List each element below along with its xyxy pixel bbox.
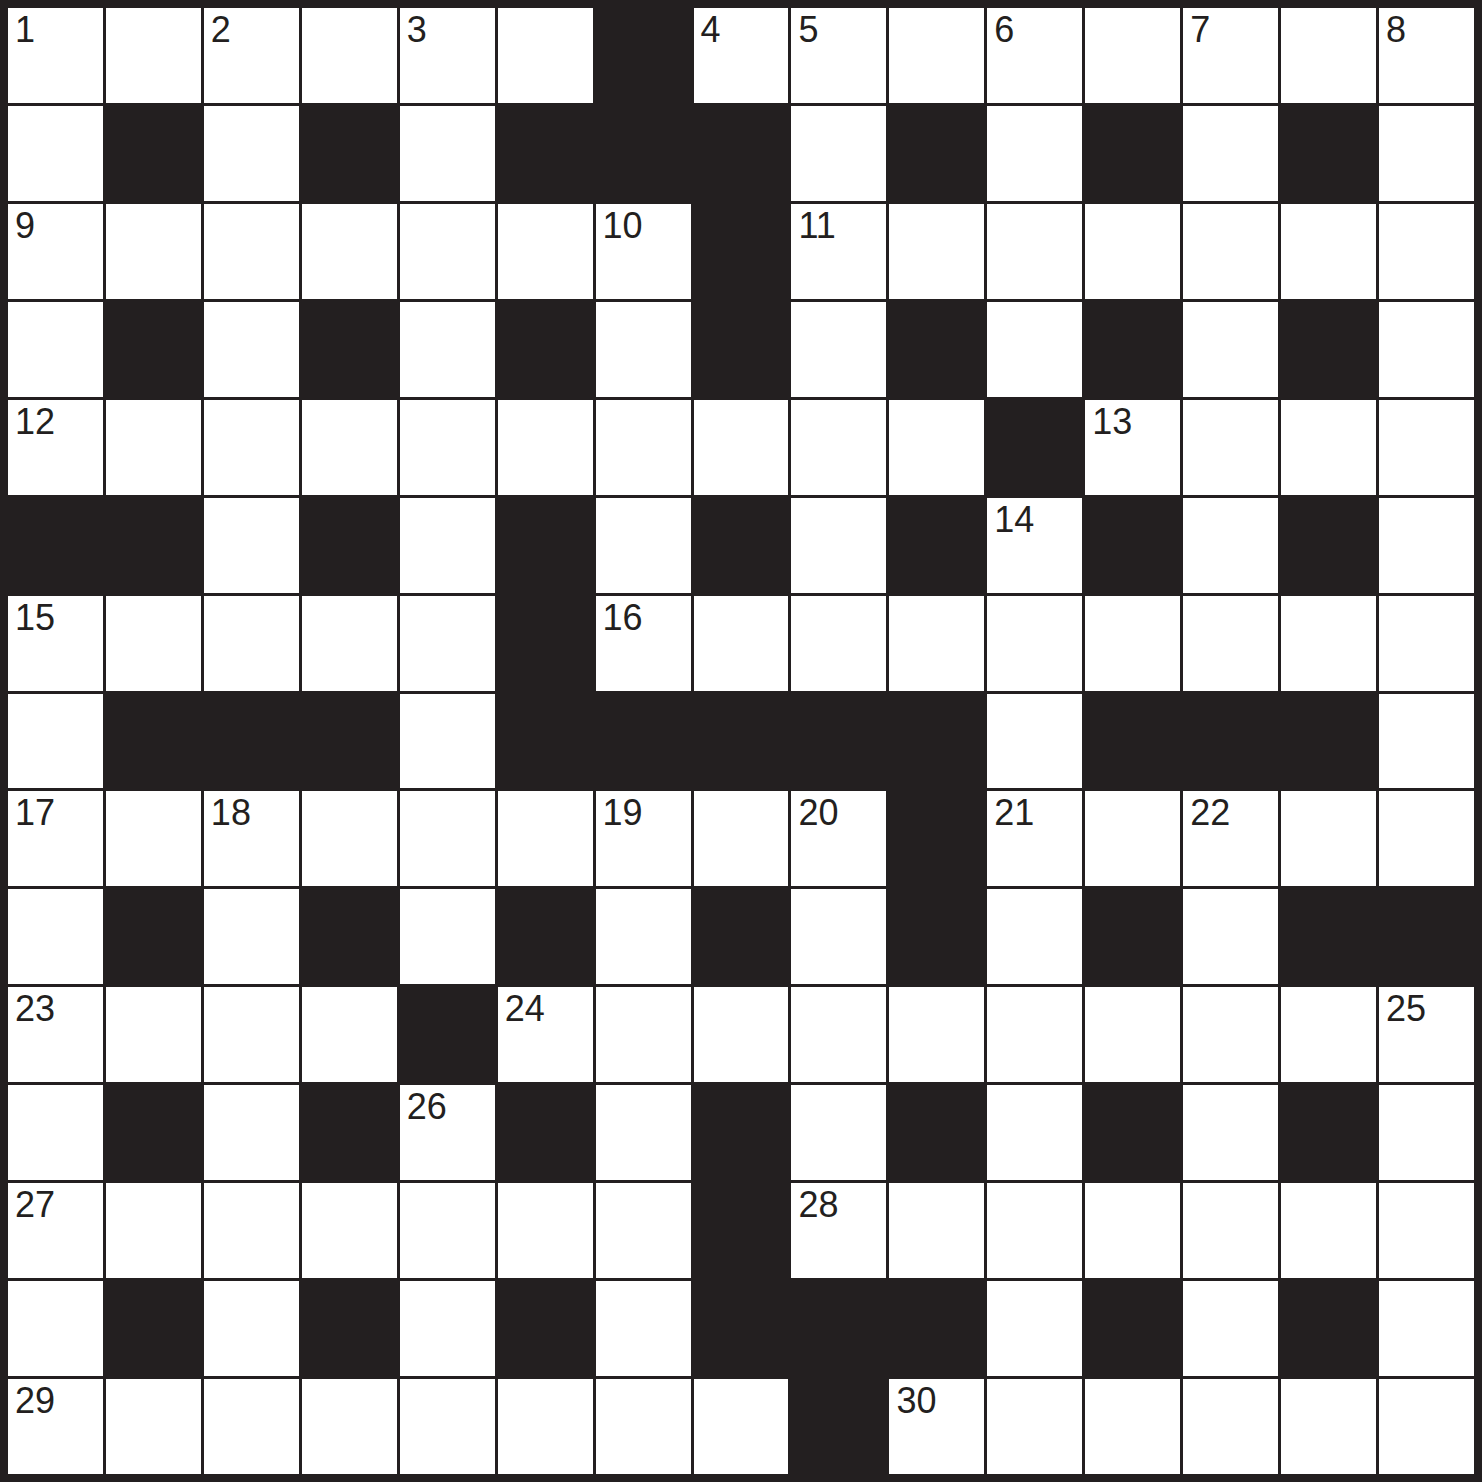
cell-r0c13[interactable] [1281, 8, 1376, 103]
block-r3c13 [1281, 302, 1376, 397]
cell-r11c12[interactable] [1183, 1085, 1278, 1180]
cell-r3c12[interactable] [1183, 302, 1278, 397]
cell-r2c11[interactable] [1085, 204, 1180, 299]
clue-number: 16 [603, 599, 643, 637]
clue-number: 10 [603, 207, 643, 245]
block-r13c1 [106, 1281, 201, 1376]
cell-r10c13[interactable] [1281, 987, 1376, 1082]
clue-number: 17 [15, 794, 55, 832]
cell-r3c14[interactable] [1379, 302, 1474, 397]
cell-r4c12[interactable] [1183, 400, 1278, 495]
cell-r14c13[interactable] [1281, 1379, 1376, 1474]
cell-r2c6[interactable]: 10 [596, 204, 691, 299]
cell-r4c2[interactable] [204, 400, 299, 495]
cell-r14c0[interactable]: 29 [8, 1379, 103, 1474]
cell-r6c8[interactable] [791, 596, 886, 691]
clue-number: 11 [798, 207, 835, 245]
cell-r14c1[interactable] [106, 1379, 201, 1474]
clue-number: 30 [896, 1382, 936, 1420]
cell-r3c0[interactable] [8, 302, 103, 397]
clue-number: 5 [798, 11, 818, 49]
cell-r0c9[interactable] [889, 8, 984, 103]
cell-r2c9[interactable] [889, 204, 984, 299]
cell-r5c10[interactable]: 14 [987, 498, 1082, 593]
cell-r13c12[interactable] [1183, 1281, 1278, 1376]
cell-r14c9[interactable]: 30 [889, 1379, 984, 1474]
block-r5c7 [694, 498, 789, 593]
cell-r0c11[interactable] [1085, 8, 1180, 103]
block-r5c1 [106, 498, 201, 593]
cell-r8c14[interactable] [1379, 791, 1474, 886]
cell-r2c13[interactable] [1281, 204, 1376, 299]
cell-r2c5[interactable] [498, 204, 593, 299]
cell-r9c6[interactable] [596, 889, 691, 984]
block-r1c3 [302, 106, 397, 201]
cell-r8c7[interactable] [694, 791, 789, 886]
cell-r13c0[interactable] [8, 1281, 103, 1376]
clue-number: 9 [15, 207, 35, 245]
cell-r12c14[interactable] [1379, 1183, 1474, 1278]
clue-number: 24 [505, 990, 545, 1028]
cell-r13c4[interactable] [400, 1281, 495, 1376]
cell-r6c7[interactable] [694, 596, 789, 691]
cell-r11c10[interactable] [987, 1085, 1082, 1180]
cell-r12c5[interactable] [498, 1183, 593, 1278]
cell-r11c4[interactable]: 26 [400, 1085, 495, 1180]
block-r7c3 [302, 694, 397, 789]
cell-r13c6[interactable] [596, 1281, 691, 1376]
cell-r14c4[interactable] [400, 1379, 495, 1474]
cell-r0c8[interactable]: 5 [791, 8, 886, 103]
cell-r12c6[interactable] [596, 1183, 691, 1278]
clue-number: 22 [1190, 794, 1230, 832]
cell-r14c2[interactable] [204, 1379, 299, 1474]
block-r7c9 [889, 694, 984, 789]
block-r13c8 [791, 1281, 886, 1376]
cell-r7c14[interactable] [1379, 694, 1474, 789]
cell-r14c12[interactable] [1183, 1379, 1278, 1474]
cell-r4c9[interactable] [889, 400, 984, 495]
cell-r12c2[interactable] [204, 1183, 299, 1278]
cell-r8c2[interactable]: 18 [204, 791, 299, 886]
cell-r7c10[interactable] [987, 694, 1082, 789]
clue-number: 19 [603, 794, 643, 832]
block-r1c9 [889, 106, 984, 201]
cell-r13c2[interactable] [204, 1281, 299, 1376]
clue-number: 3 [407, 11, 427, 49]
cell-r14c3[interactable] [302, 1379, 397, 1474]
clue-number: 25 [1386, 990, 1426, 1028]
cell-r4c4[interactable] [400, 400, 495, 495]
cell-r12c0[interactable]: 27 [8, 1183, 103, 1278]
cell-r5c4[interactable] [400, 498, 495, 593]
cell-r12c11[interactable] [1085, 1183, 1180, 1278]
block-r7c6 [596, 694, 691, 789]
cell-r12c13[interactable] [1281, 1183, 1376, 1278]
cell-r3c2[interactable] [204, 302, 299, 397]
cell-r8c11[interactable] [1085, 791, 1180, 886]
clue-number: 13 [1092, 403, 1132, 441]
cell-r10c3[interactable] [302, 987, 397, 1082]
cell-r1c14[interactable] [1379, 106, 1474, 201]
cell-r14c14[interactable] [1379, 1379, 1474, 1474]
cell-r0c10[interactable]: 6 [987, 8, 1082, 103]
cell-r1c4[interactable] [400, 106, 495, 201]
cell-r10c2[interactable] [204, 987, 299, 1082]
block-r11c9 [889, 1085, 984, 1180]
cell-r0c1[interactable] [106, 8, 201, 103]
cell-r9c0[interactable] [8, 889, 103, 984]
cell-r2c2[interactable] [204, 204, 299, 299]
block-r11c7 [694, 1085, 789, 1180]
cell-r10c0[interactable]: 23 [8, 987, 103, 1082]
block-r9c3 [302, 889, 397, 984]
cell-r2c8[interactable]: 11 [791, 204, 886, 299]
cell-r9c12[interactable] [1183, 889, 1278, 984]
block-r5c9 [889, 498, 984, 593]
clue-number: 8 [1386, 11, 1406, 49]
block-r11c13 [1281, 1085, 1376, 1180]
block-r3c5 [498, 302, 593, 397]
block-r12c7 [694, 1183, 789, 1278]
block-r13c11 [1085, 1281, 1180, 1376]
cell-r4c1[interactable] [106, 400, 201, 495]
cell-r11c14[interactable] [1379, 1085, 1474, 1180]
cell-r4c14[interactable] [1379, 400, 1474, 495]
block-r9c1 [106, 889, 201, 984]
cell-r12c8[interactable]: 28 [791, 1183, 886, 1278]
cell-r6c10[interactable] [987, 596, 1082, 691]
block-r1c11 [1085, 106, 1180, 201]
cell-r7c4[interactable] [400, 694, 495, 789]
cell-r0c12[interactable]: 7 [1183, 8, 1278, 103]
cell-r4c6[interactable] [596, 400, 691, 495]
block-r1c7 [694, 106, 789, 201]
cell-r14c7[interactable] [694, 1379, 789, 1474]
cell-r10c1[interactable] [106, 987, 201, 1082]
cell-r3c8[interactable] [791, 302, 886, 397]
block-r7c8 [791, 694, 886, 789]
cell-r14c10[interactable] [987, 1379, 1082, 1474]
clue-number: 6 [994, 11, 1014, 49]
cell-r1c0[interactable] [8, 106, 103, 201]
block-r1c13 [1281, 106, 1376, 201]
block-r9c11 [1085, 889, 1180, 984]
cell-r6c4[interactable] [400, 596, 495, 691]
block-r9c9 [889, 889, 984, 984]
block-r7c2 [204, 694, 299, 789]
cell-r6c2[interactable] [204, 596, 299, 691]
cell-r9c2[interactable] [204, 889, 299, 984]
cell-r3c4[interactable] [400, 302, 495, 397]
block-r1c6 [596, 106, 691, 201]
cell-r11c0[interactable] [8, 1085, 103, 1180]
cell-r4c8[interactable] [791, 400, 886, 495]
cell-r10c5[interactable]: 24 [498, 987, 593, 1082]
block-r7c13 [1281, 694, 1376, 789]
cell-r6c9[interactable] [889, 596, 984, 691]
cell-r7c0[interactable] [8, 694, 103, 789]
cell-r9c4[interactable] [400, 889, 495, 984]
cell-r12c1[interactable] [106, 1183, 201, 1278]
cell-r4c13[interactable] [1281, 400, 1376, 495]
cell-r4c5[interactable] [498, 400, 593, 495]
block-r5c5 [498, 498, 593, 593]
block-r7c5 [498, 694, 593, 789]
cell-r10c8[interactable] [791, 987, 886, 1082]
cell-r10c14[interactable]: 25 [1379, 987, 1474, 1082]
block-r3c11 [1085, 302, 1180, 397]
clue-number: 12 [15, 403, 55, 441]
crossword-grid: 1234567891011121314151617181920212223242… [0, 0, 1482, 1482]
cell-r6c6[interactable]: 16 [596, 596, 691, 691]
clue-number: 15 [15, 599, 55, 637]
cell-r2c0[interactable]: 9 [8, 204, 103, 299]
block-r13c5 [498, 1281, 593, 1376]
cell-r0c7[interactable]: 4 [694, 8, 789, 103]
block-r5c0 [8, 498, 103, 593]
cell-r13c10[interactable] [987, 1281, 1082, 1376]
cell-r14c11[interactable] [1085, 1379, 1180, 1474]
cell-r5c14[interactable] [1379, 498, 1474, 593]
cell-r2c4[interactable] [400, 204, 495, 299]
cell-r3c6[interactable] [596, 302, 691, 397]
cell-r12c4[interactable] [400, 1183, 495, 1278]
block-r13c3 [302, 1281, 397, 1376]
block-r3c7 [694, 302, 789, 397]
block-r11c1 [106, 1085, 201, 1180]
clue-number: 2 [211, 11, 231, 49]
cell-r0c14[interactable]: 8 [1379, 8, 1474, 103]
block-r14c8 [791, 1379, 886, 1474]
cell-r2c10[interactable] [987, 204, 1082, 299]
block-r9c14 [1379, 889, 1474, 984]
cell-r2c14[interactable] [1379, 204, 1474, 299]
cell-r1c12[interactable] [1183, 106, 1278, 201]
cell-r6c1[interactable] [106, 596, 201, 691]
block-r13c13 [1281, 1281, 1376, 1376]
clue-number: 23 [15, 990, 55, 1028]
cell-r9c10[interactable] [987, 889, 1082, 984]
clue-number: 18 [211, 794, 251, 832]
cell-r8c4[interactable] [400, 791, 495, 886]
cell-r4c11[interactable]: 13 [1085, 400, 1180, 495]
block-r3c9 [889, 302, 984, 397]
clue-number: 4 [701, 11, 721, 49]
cell-r4c3[interactable] [302, 400, 397, 495]
clue-number: 7 [1190, 11, 1210, 49]
cell-r6c13[interactable] [1281, 596, 1376, 691]
cell-r2c12[interactable] [1183, 204, 1278, 299]
cell-r10c7[interactable] [694, 987, 789, 1082]
cell-r3c10[interactable] [987, 302, 1082, 397]
cell-r12c9[interactable] [889, 1183, 984, 1278]
block-r13c9 [889, 1281, 984, 1376]
cell-r8c12[interactable]: 22 [1183, 791, 1278, 886]
cell-r0c2[interactable]: 2 [204, 8, 299, 103]
block-r4c10 [987, 400, 1082, 495]
cell-r8c6[interactable]: 19 [596, 791, 691, 886]
cell-r11c6[interactable] [596, 1085, 691, 1180]
cell-r11c2[interactable] [204, 1085, 299, 1180]
block-r11c5 [498, 1085, 593, 1180]
block-r9c13 [1281, 889, 1376, 984]
cell-r8c5[interactable] [498, 791, 593, 886]
cell-r6c14[interactable] [1379, 596, 1474, 691]
block-r8c9 [889, 791, 984, 886]
cell-r5c8[interactable] [791, 498, 886, 593]
cell-r0c4[interactable]: 3 [400, 8, 495, 103]
block-r5c11 [1085, 498, 1180, 593]
block-r3c3 [302, 302, 397, 397]
cell-r14c5[interactable] [498, 1379, 593, 1474]
cell-r8c10[interactable]: 21 [987, 791, 1082, 886]
clue-number: 28 [798, 1186, 838, 1224]
cell-r5c6[interactable] [596, 498, 691, 593]
cell-r9c8[interactable] [791, 889, 886, 984]
cell-r0c5[interactable] [498, 8, 593, 103]
cell-r6c0[interactable]: 15 [8, 596, 103, 691]
block-r2c7 [694, 204, 789, 299]
cell-r5c12[interactable] [1183, 498, 1278, 593]
clue-number: 1 [15, 11, 35, 49]
cell-r8c8[interactable]: 20 [791, 791, 886, 886]
cell-r8c0[interactable]: 17 [8, 791, 103, 886]
cell-r13c14[interactable] [1379, 1281, 1474, 1376]
cell-r8c3[interactable] [302, 791, 397, 886]
block-r11c11 [1085, 1085, 1180, 1180]
clue-number: 29 [15, 1382, 55, 1420]
cell-r6c3[interactable] [302, 596, 397, 691]
cell-r1c10[interactable] [987, 106, 1082, 201]
cell-r2c3[interactable] [302, 204, 397, 299]
block-r11c3 [302, 1085, 397, 1180]
cell-r14c6[interactable] [596, 1379, 691, 1474]
block-r9c5 [498, 889, 593, 984]
clue-number: 20 [798, 794, 838, 832]
cell-r0c3[interactable] [302, 8, 397, 103]
block-r7c11 [1085, 694, 1180, 789]
clue-number: 21 [994, 794, 1034, 832]
clue-number: 14 [994, 501, 1034, 539]
cell-r8c1[interactable] [106, 791, 201, 886]
cell-r12c10[interactable] [987, 1183, 1082, 1278]
cell-r4c0[interactable]: 12 [8, 400, 103, 495]
cell-r10c11[interactable] [1085, 987, 1180, 1082]
cell-r11c8[interactable] [791, 1085, 886, 1180]
block-r10c4 [400, 987, 495, 1082]
clue-number: 26 [407, 1088, 447, 1126]
block-r7c12 [1183, 694, 1278, 789]
cell-r12c12[interactable] [1183, 1183, 1278, 1278]
cell-r8c13[interactable] [1281, 791, 1376, 886]
block-r6c5 [498, 596, 593, 691]
block-r7c1 [106, 694, 201, 789]
cell-r1c8[interactable] [791, 106, 886, 201]
cell-r1c2[interactable] [204, 106, 299, 201]
cell-r4c7[interactable] [694, 400, 789, 495]
block-r9c7 [694, 889, 789, 984]
clue-number: 27 [15, 1186, 55, 1224]
block-r13c7 [694, 1281, 789, 1376]
block-r1c5 [498, 106, 593, 201]
block-r1c1 [106, 106, 201, 201]
cell-r5c2[interactable] [204, 498, 299, 593]
block-r7c7 [694, 694, 789, 789]
cell-r10c6[interactable] [596, 987, 691, 1082]
block-r5c13 [1281, 498, 1376, 593]
cell-r10c10[interactable] [987, 987, 1082, 1082]
cell-r12c3[interactable] [302, 1183, 397, 1278]
cell-r0c0[interactable]: 1 [8, 8, 103, 103]
block-r5c3 [302, 498, 397, 593]
cell-r10c12[interactable] [1183, 987, 1278, 1082]
cell-r10c9[interactable] [889, 987, 984, 1082]
cell-r2c1[interactable] [106, 204, 201, 299]
block-r0c6 [596, 8, 691, 103]
cell-r6c12[interactable] [1183, 596, 1278, 691]
block-r3c1 [106, 302, 201, 397]
cell-r6c11[interactable] [1085, 596, 1180, 691]
